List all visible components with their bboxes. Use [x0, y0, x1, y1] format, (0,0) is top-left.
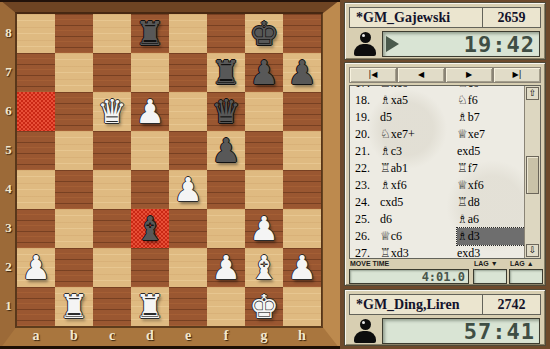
piece-black-pawn-h7[interactable]: ♟	[283, 53, 321, 92]
square-f5[interactable]: ♟	[207, 131, 245, 170]
square-d2[interactable]	[131, 248, 169, 287]
square-a4[interactable]	[17, 170, 55, 209]
square-e8[interactable]	[169, 14, 207, 53]
piece-black-pawn-f5[interactable]: ♟	[207, 131, 245, 170]
move-number: 21.	[350, 143, 380, 160]
bottom-player-clock: 57:41	[382, 318, 540, 344]
square-f8[interactable]	[207, 14, 245, 53]
file-label-a: a	[17, 328, 55, 344]
top-player-name-bar: *GM_Gajewski 2659	[349, 7, 541, 28]
square-d3[interactable]: ♝	[131, 209, 169, 248]
lag-down-label: LAG ▼	[474, 260, 498, 267]
square-f6[interactable]: ♛	[207, 92, 245, 131]
square-g5[interactable]	[245, 131, 283, 170]
square-e6[interactable]	[169, 92, 207, 131]
move-panel: |◀ ◀ ▶ ▶| 17.♖xc6♘c618.♗xa5♘f619.d5♗b720…	[344, 62, 546, 286]
square-b3[interactable]	[55, 209, 93, 248]
square-a8[interactable]	[17, 14, 55, 53]
piece-black-bishop-d3[interactable]: ♝	[131, 209, 169, 248]
square-g8[interactable]: ♚	[245, 14, 283, 53]
white-move-26[interactable]: ♕c6	[380, 228, 457, 245]
top-player-rating: 2659	[482, 8, 540, 27]
square-h4[interactable]	[283, 170, 321, 209]
top-player-clock: 19:42	[382, 31, 540, 57]
board-top-edge	[0, 0, 340, 2]
black-move-21[interactable]: exd5	[457, 143, 527, 160]
square-d4[interactable]	[131, 170, 169, 209]
bottom-player-rating: 2742	[482, 295, 540, 314]
piece-white-pawn-a2[interactable]: ♟	[17, 248, 55, 287]
move-row-27: 27.♖xd3exd3	[350, 245, 540, 259]
piece-white-pawn-d6[interactable]: ♟	[131, 92, 169, 131]
file-label-d: d	[131, 328, 169, 344]
top-player-panel: *GM_Gajewski 2659 19:42	[344, 2, 546, 60]
square-g1[interactable]: ♚	[245, 287, 283, 326]
square-h3[interactable]	[283, 209, 321, 248]
square-a5[interactable]	[17, 131, 55, 170]
file-label-h: h	[283, 328, 321, 344]
black-move-22[interactable]: ♖f7	[457, 160, 527, 177]
piece-white-queen-c6[interactable]: ♛	[93, 92, 131, 131]
square-b7[interactable]	[55, 53, 93, 92]
rank-label-2: 2	[2, 259, 15, 275]
square-c6[interactable]: ♛	[93, 92, 131, 131]
piece-black-rook-f7[interactable]: ♜	[207, 53, 245, 92]
black-move-20[interactable]: ♕xe7	[457, 126, 527, 143]
black-move-17[interactable]: ♘c6	[457, 85, 527, 92]
piece-white-pawn-f2[interactable]: ♟	[207, 248, 245, 287]
white-move-22[interactable]: ♖ab1	[380, 160, 457, 177]
top-clock-digits: 19:42	[464, 32, 539, 57]
bottom-clock-digits: 57:41	[464, 319, 539, 344]
square-e1[interactable]	[169, 287, 207, 326]
white-move-17[interactable]: ♖xc6	[380, 85, 457, 92]
file-label-f: f	[207, 328, 245, 344]
square-h7[interactable]: ♟	[283, 53, 321, 92]
white-move-23[interactable]: ♗xf6	[380, 177, 457, 194]
square-h5[interactable]	[283, 131, 321, 170]
move-row-22: 22.♖ab1♖f7	[350, 160, 540, 177]
file-label-b: b	[55, 328, 93, 344]
move-number: 20.	[350, 126, 380, 143]
square-b8[interactable]	[55, 14, 93, 53]
white-move-18[interactable]: ♗xa5	[380, 92, 457, 109]
black-move-25[interactable]: ♗a6	[457, 211, 527, 228]
rank-label-1: 1	[2, 298, 15, 314]
square-e2[interactable]	[169, 248, 207, 287]
black-move-23[interactable]: ♕xf6	[457, 177, 527, 194]
square-h2[interactable]: ♟	[283, 248, 321, 287]
square-d1[interactable]: ♜	[131, 287, 169, 326]
white-move-24[interactable]: cxd5	[380, 194, 457, 211]
square-a1[interactable]	[17, 287, 55, 326]
piece-white-bishop-g2[interactable]: ♝	[245, 248, 283, 287]
square-c4[interactable]	[93, 170, 131, 209]
piece-white-pawn-h2[interactable]: ♟	[283, 248, 321, 287]
square-b4[interactable]	[55, 170, 93, 209]
top-player-name: *GM_Gajewski	[350, 10, 482, 26]
square-c7[interactable]	[93, 53, 131, 92]
white-move-21[interactable]: ♗c3	[380, 143, 457, 160]
black-move-18[interactable]: ♘f6	[457, 92, 527, 109]
move-row-20: 20.♘xe7+♕xe7	[350, 126, 540, 143]
move-number: 23.	[350, 177, 380, 194]
square-g2[interactable]: ♝	[245, 248, 283, 287]
square-d5[interactable]	[131, 131, 169, 170]
move-row-17: 17.♖xc6♘c6	[350, 85, 540, 92]
lag-up-label: LAG ▲	[510, 260, 534, 267]
square-g4[interactable]	[245, 170, 283, 209]
square-d6[interactable]: ♟	[131, 92, 169, 131]
file-label-e: e	[169, 328, 207, 344]
person-icon	[353, 32, 377, 57]
move-number: 26.	[350, 228, 380, 245]
file-label-g: g	[245, 328, 283, 344]
move-list: 17.♖xc6♘c618.♗xa5♘f619.d5♗b720.♘xe7+♕xe7…	[349, 85, 541, 259]
move-time-label: MOVE TIME	[350, 260, 389, 267]
file-label-c: c	[93, 328, 131, 344]
move-number: 18.	[350, 92, 380, 109]
piece-white-pawn-g3[interactable]: ♟	[245, 209, 283, 248]
move-number: 22.	[350, 160, 380, 177]
move-number: 19.	[350, 109, 380, 126]
bottom-player-name: *GM_Ding,Liren	[350, 297, 482, 313]
square-g3[interactable]: ♟	[245, 209, 283, 248]
move-row-21: 21.♗c3exd5	[350, 143, 540, 160]
square-h6[interactable]	[283, 92, 321, 131]
bottom-player-panel: *GM_Ding,Liren 2742 57:41	[344, 289, 546, 346]
square-d8[interactable]: ♜	[131, 14, 169, 53]
move-row-24: 24.cxd5♖d8	[350, 194, 540, 211]
white-move-25[interactable]: d6	[380, 211, 457, 228]
piece-black-queen-f6[interactable]: ♛	[207, 92, 245, 131]
square-b2[interactable]	[55, 248, 93, 287]
square-g7[interactable]: ♟	[245, 53, 283, 92]
move-row-25: 25.d6♗a6	[350, 211, 540, 228]
square-c1[interactable]	[93, 287, 131, 326]
square-e3[interactable]	[169, 209, 207, 248]
square-b5[interactable]	[55, 131, 93, 170]
prev-move-button[interactable]: ◀	[397, 67, 445, 83]
piece-white-rook-d1[interactable]: ♜	[131, 287, 169, 326]
square-f4[interactable]	[207, 170, 245, 209]
square-b6[interactable]	[55, 92, 93, 131]
rank-label-4: 4	[2, 181, 15, 197]
square-c3[interactable]	[93, 209, 131, 248]
lag-down-display	[473, 269, 507, 284]
square-h8[interactable]	[283, 14, 321, 53]
square-h1[interactable]	[283, 287, 321, 326]
piece-black-pawn-g7[interactable]: ♟	[245, 53, 283, 92]
move-row-18: 18.♗xa5♘f6	[350, 92, 540, 109]
piece-black-rook-d8[interactable]: ♜	[131, 14, 169, 53]
piece-white-pawn-e4[interactable]: ♟	[169, 170, 207, 209]
move-row-23: 23.♗xf6♕xf6	[350, 177, 540, 194]
move-number: 24.	[350, 194, 380, 211]
move-time-value: 4:01.0	[422, 270, 468, 284]
square-a2[interactable]: ♟	[17, 248, 55, 287]
square-a3[interactable]	[17, 209, 55, 248]
square-e4[interactable]: ♟	[169, 170, 207, 209]
move-nav-bar: |◀ ◀ ▶ ▶|	[349, 67, 541, 83]
rank-label-6: 6	[2, 103, 15, 119]
rank-label-8: 8	[2, 25, 15, 41]
square-a6[interactable]	[17, 92, 55, 131]
move-number: 27.	[350, 245, 380, 259]
board-grid: ♜♚♜♟♟♛♟♛♟♟♝♟♟♟♝♟♜♜♚	[17, 14, 321, 326]
move-row-26: 26.♕c6♗d3	[350, 228, 540, 245]
move-list-rows: 17.♖xc6♘c618.♗xa5♘f619.d5♗b720.♘xe7+♕xe7…	[350, 85, 540, 259]
scroll-down-button[interactable]: ⇩	[526, 244, 539, 257]
square-c2[interactable]	[93, 248, 131, 287]
square-a7[interactable]	[17, 53, 55, 92]
black-move-27[interactable]: exd3	[457, 245, 527, 259]
move-row-19: 19.d5♗b7	[350, 109, 540, 126]
square-b1[interactable]: ♜	[55, 287, 93, 326]
person-icon	[353, 319, 377, 344]
piece-white-rook-b1[interactable]: ♜	[55, 287, 93, 326]
black-move-26[interactable]: ♗d3	[457, 228, 527, 245]
white-move-20[interactable]: ♘xe7+	[380, 126, 457, 143]
chess-board-panel: ♜♚♜♟♟♛♟♛♟♟♝♟♟♟♝♟♜♜♚ 87654321 abcdefgh	[0, 0, 340, 349]
white-move-27[interactable]: ♖xd3	[380, 245, 457, 259]
scroll-up-button[interactable]: ⇧	[526, 87, 539, 100]
square-c8[interactable]	[93, 14, 131, 53]
square-f1[interactable]	[207, 287, 245, 326]
next-move-button[interactable]: ▶	[445, 67, 493, 83]
white-move-19[interactable]: d5	[380, 109, 457, 126]
rank-label-3: 3	[2, 220, 15, 236]
piece-white-king-g1[interactable]: ♚	[245, 287, 283, 326]
piece-black-king-g8[interactable]: ♚	[245, 14, 283, 53]
move-number: 17.	[350, 85, 380, 92]
rank-label-7: 7	[2, 64, 15, 80]
bottom-player-name-bar: *GM_Ding,Liren 2742	[349, 294, 541, 315]
square-g6[interactable]	[245, 92, 283, 131]
square-f7[interactable]: ♜	[207, 53, 245, 92]
move-list-scrollbar[interactable]: ⇧ ⇩	[524, 86, 540, 258]
active-player-triangle-icon	[386, 36, 399, 52]
move-time-display: 4:01.0	[349, 269, 469, 284]
black-move-19[interactable]: ♗b7	[457, 109, 527, 126]
square-f3[interactable]	[207, 209, 245, 248]
last-move-button[interactable]: ▶|	[493, 67, 541, 83]
first-move-button[interactable]: |◀	[349, 67, 397, 83]
move-number: 25.	[350, 211, 380, 228]
square-f2[interactable]: ♟	[207, 248, 245, 287]
square-d7[interactable]	[131, 53, 169, 92]
square-e5[interactable]	[169, 131, 207, 170]
square-c5[interactable]	[93, 131, 131, 170]
square-e7[interactable]	[169, 53, 207, 92]
lag-up-display	[509, 269, 543, 284]
scrollbar-thumb[interactable]	[526, 156, 539, 194]
rank-label-5: 5	[2, 142, 15, 158]
black-move-24[interactable]: ♖d8	[457, 194, 527, 211]
